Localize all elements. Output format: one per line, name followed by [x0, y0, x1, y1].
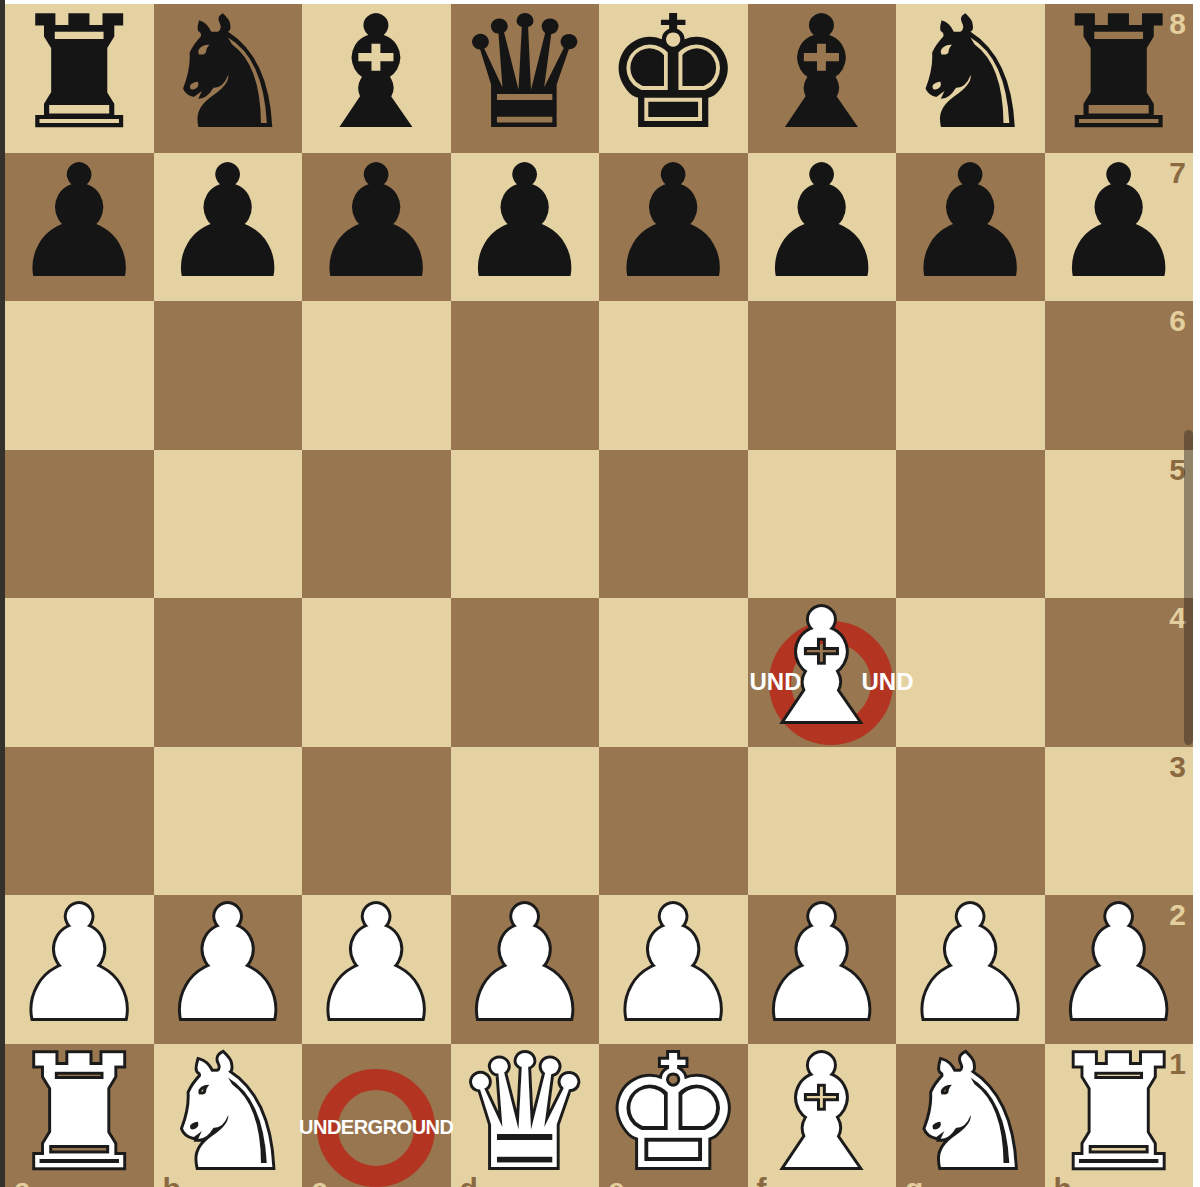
- square-a1[interactable]: ♜♜a: [5, 1044, 154, 1187]
- square-b5[interactable]: [154, 450, 303, 599]
- chess-board: ♜♞♝♛♚♝♞♜8♟♟♟♟♟♟♟♟765♝♝UNDUND43♟♟♟♟♟♟♟♟♟♟…: [5, 4, 1193, 1187]
- square-c5[interactable]: [302, 450, 451, 599]
- chess-app-screen: ♜♞♝♛♚♝♞♜8♟♟♟♟♟♟♟♟765♝♝UNDUND43♟♟♟♟♟♟♟♟♟♟…: [0, 0, 1200, 1187]
- square-e6[interactable]: [599, 301, 748, 450]
- square-c7[interactable]: ♟: [302, 153, 451, 302]
- square-f7[interactable]: ♟: [748, 153, 897, 302]
- square-h6[interactable]: 6: [1045, 301, 1194, 450]
- square-h5[interactable]: 5: [1045, 450, 1194, 599]
- square-g5[interactable]: [896, 450, 1045, 599]
- square-f1[interactable]: ♝♝f: [748, 1044, 897, 1187]
- square-e1[interactable]: ♚♚e: [599, 1044, 748, 1187]
- piece-black-pawn[interactable]: ♟: [154, 153, 303, 302]
- piece-black-pawn[interactable]: ♟: [896, 153, 1045, 302]
- underground-roundel-icon: [317, 1069, 435, 1187]
- piece-white-knight[interactable]: ♞♞: [896, 1044, 1045, 1187]
- left-edge-strip: [0, 0, 5, 1187]
- piece-white-bishop[interactable]: ♝♝: [748, 598, 897, 747]
- square-g4[interactable]: [896, 598, 1045, 747]
- square-h7[interactable]: ♟7: [1045, 153, 1194, 302]
- piece-black-pawn[interactable]: ♟: [5, 153, 154, 302]
- piece-black-pawn[interactable]: ♟: [302, 153, 451, 302]
- square-a5[interactable]: [5, 450, 154, 599]
- piece-white-pawn[interactable]: ♟♟: [302, 895, 451, 1044]
- square-d1[interactable]: ♛♛d: [451, 1044, 600, 1187]
- square-e5[interactable]: [599, 450, 748, 599]
- square-e4[interactable]: [599, 598, 748, 747]
- square-c1[interactable]: cUNDERGROUND: [302, 1044, 451, 1187]
- piece-white-rook[interactable]: ♜♜: [1045, 1044, 1194, 1187]
- rank-label-3: 3: [1169, 752, 1186, 782]
- square-a4[interactable]: [5, 598, 154, 747]
- file-label-c: c: [311, 1174, 328, 1187]
- square-d6[interactable]: [451, 301, 600, 450]
- piece-white-queen[interactable]: ♛♛: [451, 1044, 600, 1187]
- square-c6[interactable]: [302, 301, 451, 450]
- square-g7[interactable]: ♟: [896, 153, 1045, 302]
- square-a7[interactable]: ♟: [5, 153, 154, 302]
- piece-white-bishop[interactable]: ♝♝: [748, 1044, 897, 1187]
- piece-black-pawn[interactable]: ♟: [451, 153, 600, 302]
- square-g6[interactable]: [896, 301, 1045, 450]
- square-b1[interactable]: ♞♞b: [154, 1044, 303, 1187]
- piece-black-pawn[interactable]: ♟: [748, 153, 897, 302]
- piece-black-pawn[interactable]: ♟: [1045, 153, 1194, 302]
- square-c2[interactable]: ♟♟: [302, 895, 451, 1044]
- square-b6[interactable]: [154, 301, 303, 450]
- square-f6[interactable]: [748, 301, 897, 450]
- square-e7[interactable]: ♟: [599, 153, 748, 302]
- square-h4[interactable]: 4: [1045, 598, 1194, 747]
- piece-white-knight[interactable]: ♞♞: [154, 1044, 303, 1187]
- square-a6[interactable]: [5, 301, 154, 450]
- square-g1[interactable]: ♞♞g: [896, 1044, 1045, 1187]
- piece-white-king[interactable]: ♚♚: [599, 1044, 748, 1187]
- square-d5[interactable]: [451, 450, 600, 599]
- piece-white-rook[interactable]: ♜♜: [5, 1044, 154, 1187]
- scrollbar-thumb[interactable]: [1184, 430, 1193, 745]
- square-f4[interactable]: ♝♝UNDUND: [748, 598, 897, 747]
- square-h1[interactable]: ♜♜1h: [1045, 1044, 1194, 1187]
- square-c4[interactable]: [302, 598, 451, 747]
- square-d4[interactable]: [451, 598, 600, 747]
- square-b4[interactable]: [154, 598, 303, 747]
- square-b7[interactable]: ♟: [154, 153, 303, 302]
- piece-black-pawn[interactable]: ♟: [599, 153, 748, 302]
- square-d7[interactable]: ♟: [451, 153, 600, 302]
